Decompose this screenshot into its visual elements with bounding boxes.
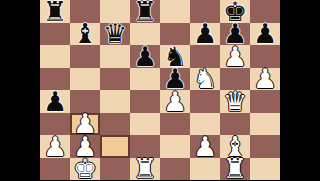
square-h3[interactable] — [250, 113, 280, 136]
square-c2[interactable] — [100, 135, 130, 158]
square-f7[interactable]: ♟ — [190, 23, 220, 46]
piece-white-pawn[interactable]: ♟ — [193, 133, 217, 160]
square-a8[interactable]: ♜ — [40, 0, 70, 23]
square-d1[interactable]: ♜ — [130, 158, 160, 181]
square-c4[interactable] — [100, 90, 130, 113]
square-f2[interactable]: ♟ — [190, 135, 220, 158]
square-e8[interactable] — [160, 0, 190, 23]
square-g6[interactable]: ♟ — [220, 45, 250, 68]
piece-white-pawn[interactable]: ♟ — [163, 88, 187, 115]
piece-black-pawn[interactable]: ♟ — [193, 20, 217, 47]
square-g4[interactable]: ♛ — [220, 90, 250, 113]
chess-board: ♜♜♚♝♛♟♟♟♟♞♟♟♞♟♟♟♛♟♟♟♟♝♚♜♜ — [40, 0, 280, 180]
square-f5[interactable]: ♞ — [190, 68, 220, 91]
piece-black-rook[interactable]: ♜ — [43, 0, 67, 25]
square-c5[interactable] — [100, 68, 130, 91]
piece-white-king[interactable]: ♚ — [73, 155, 97, 180]
piece-white-knight[interactable]: ♞ — [193, 65, 217, 92]
square-a6[interactable] — [40, 45, 70, 68]
piece-white-rook[interactable]: ♜ — [223, 155, 247, 180]
piece-black-pawn[interactable]: ♟ — [133, 43, 157, 70]
square-h7[interactable]: ♟ — [250, 23, 280, 46]
piece-black-rook[interactable]: ♜ — [133, 0, 157, 25]
piece-white-pawn[interactable]: ♟ — [253, 65, 277, 92]
square-d8[interactable]: ♜ — [130, 0, 160, 23]
square-c7[interactable]: ♛ — [100, 23, 130, 46]
square-d4[interactable] — [130, 90, 160, 113]
piece-white-pawn[interactable]: ♟ — [43, 133, 67, 160]
piece-black-queen[interactable]: ♛ — [103, 20, 127, 47]
square-b7[interactable]: ♝ — [70, 23, 100, 46]
piece-white-queen[interactable]: ♛ — [223, 88, 247, 115]
letterbox-right — [280, 0, 320, 180]
square-g1[interactable]: ♜ — [220, 158, 250, 181]
piece-white-rook[interactable]: ♜ — [133, 155, 157, 180]
square-h5[interactable]: ♟ — [250, 68, 280, 91]
square-a2[interactable]: ♟ — [40, 135, 70, 158]
square-d6[interactable]: ♟ — [130, 45, 160, 68]
square-c3[interactable] — [100, 113, 130, 136]
square-h2[interactable] — [250, 135, 280, 158]
square-b1[interactable]: ♚ — [70, 158, 100, 181]
square-c1[interactable] — [100, 158, 130, 181]
square-b5[interactable] — [70, 68, 100, 91]
square-d3[interactable] — [130, 113, 160, 136]
piece-black-bishop[interactable]: ♝ — [73, 20, 97, 47]
square-a4[interactable]: ♟ — [40, 90, 70, 113]
piece-black-pawn[interactable]: ♟ — [43, 88, 67, 115]
square-e1[interactable] — [160, 158, 190, 181]
piece-white-pawn[interactable]: ♟ — [223, 43, 247, 70]
square-e4[interactable]: ♟ — [160, 90, 190, 113]
letterbox-left — [0, 0, 40, 180]
square-h1[interactable] — [250, 158, 280, 181]
square-e2[interactable] — [160, 135, 190, 158]
piece-black-pawn[interactable]: ♟ — [253, 20, 277, 47]
